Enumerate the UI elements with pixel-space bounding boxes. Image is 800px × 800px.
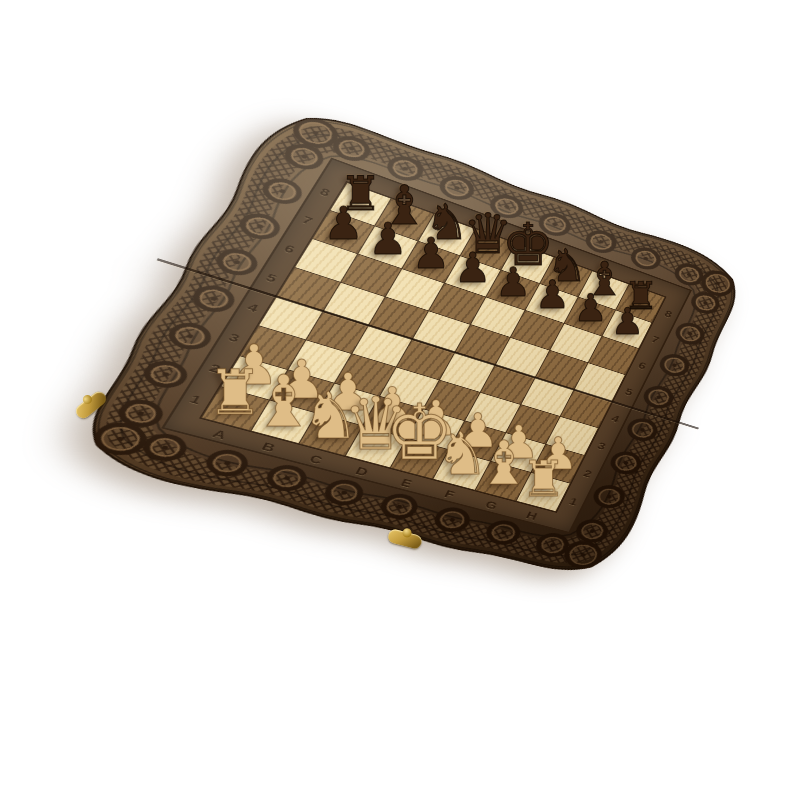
- rank-label-left-1: 1: [188, 391, 205, 405]
- file-label-f: F: [443, 487, 458, 500]
- piece-black-pawn-b7[interactable]: ♟: [368, 217, 407, 261]
- rank-label-right-2: 2: [582, 466, 594, 478]
- rank-label-right-6: 6: [637, 359, 649, 371]
- file-label-h: H: [525, 508, 540, 521]
- piece-black-pawn-c7[interactable]: ♟: [412, 232, 450, 275]
- piece-black-pawn-e7[interactable]: ♟: [495, 262, 531, 302]
- piece-black-pawn-f7[interactable]: ♟: [535, 276, 570, 315]
- rank-label-right-1: 1: [568, 494, 581, 507]
- rank-label-right-7: 7: [650, 333, 662, 345]
- rank-label-right-5: 5: [623, 385, 635, 397]
- piece-black-pawn-g7[interactable]: ♟: [574, 290, 608, 328]
- rank-label-right-8: 8: [663, 307, 674, 319]
- chess-board: 12345678 12345678 ABCDEFGH: [22, 75, 776, 604]
- rank-label-left-5: 5: [264, 270, 280, 284]
- piece-white-rook-h1[interactable]: ♜: [521, 455, 566, 505]
- piece-black-pawn-h7[interactable]: ♟: [611, 304, 644, 341]
- file-label-g: G: [483, 497, 499, 511]
- piece-black-pawn-a7[interactable]: ♟: [323, 200, 364, 245]
- rank-label-right-3: 3: [596, 439, 608, 451]
- rank-label-left-4: 4: [246, 300, 262, 314]
- piece-black-pawn-d7[interactable]: ♟: [454, 247, 491, 288]
- rank-label-right-4: 4: [610, 412, 622, 424]
- product-photo-stage: 12345678 12345678 ABCDEFGH ♜♝♟♞♟♛♟♚♟♞♝♟♜…: [0, 0, 800, 800]
- rank-label-left-6: 6: [282, 241, 297, 255]
- rank-label-left-7: 7: [300, 213, 315, 227]
